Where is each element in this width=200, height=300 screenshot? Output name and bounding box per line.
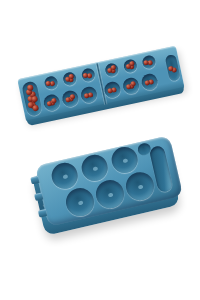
mancala-open-board: [17, 46, 185, 123]
mancala-closed-board: [35, 135, 183, 226]
pit-top-2[interactable]: [62, 71, 77, 86]
pit-top-5[interactable]: [123, 58, 138, 73]
product-photo: [0, 0, 200, 300]
closed-pit-near-2: [93, 177, 127, 211]
stone: [130, 81, 136, 87]
closed-pit-near-1: [63, 185, 97, 219]
stone: [107, 87, 113, 93]
pit-bottom-5[interactable]: [122, 76, 141, 95]
stone: [144, 80, 150, 86]
pit-bottom-6[interactable]: [140, 72, 159, 91]
board-half-left: [17, 63, 104, 123]
stone: [69, 94, 75, 100]
pit-top-1[interactable]: [43, 75, 58, 90]
pit-top-6[interactable]: [141, 54, 156, 69]
stone: [51, 98, 57, 104]
pit-bottom-2[interactable]: [61, 89, 80, 108]
pit-bottom-4[interactable]: [103, 80, 122, 99]
closed-pit-far-3: [109, 144, 140, 175]
pit-bottom-1[interactable]: [42, 93, 61, 112]
pit-top-3[interactable]: [81, 67, 96, 82]
pit-bottom-3[interactable]: [79, 85, 98, 104]
stone: [83, 92, 89, 98]
closed-pit-near-3: [123, 169, 157, 203]
pit-top-4[interactable]: [104, 62, 119, 77]
closed-pit-far-2: [79, 152, 110, 183]
closed-pit-far-1: [49, 160, 80, 191]
